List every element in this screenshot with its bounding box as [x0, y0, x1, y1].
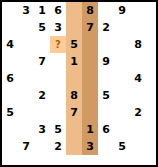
cell-r8c9[interactable]: [130, 121, 146, 139]
cell-r2c7: 2: [98, 19, 115, 37]
cell-r9c4: 2: [50, 138, 67, 155]
cell-r9c9[interactable]: [130, 138, 146, 155]
cell-r7c2[interactable]: [18, 104, 35, 122]
cell-r1c2: 3: [18, 2, 35, 20]
cell-r4c7: 9: [98, 53, 115, 71]
cell-r5c7[interactable]: [98, 70, 115, 88]
cell-r5c1: 6: [2, 70, 19, 88]
cell-r7c1: 5: [2, 104, 19, 122]
cell-r4c5: 1: [66, 53, 83, 71]
cell-r2c5[interactable]: [66, 19, 83, 37]
cell-r5c2[interactable]: [18, 70, 35, 88]
cell-r7c5: 7: [66, 104, 83, 122]
cell-r4c2[interactable]: [18, 53, 35, 71]
cell-r8c5[interactable]: [66, 121, 83, 139]
cell-r2c8[interactable]: [114, 19, 131, 37]
cell-r4c8[interactable]: [114, 53, 131, 71]
cell-r2c1[interactable]: [2, 19, 19, 37]
cell-r7c7[interactable]: [98, 104, 115, 122]
cell-r2c9[interactable]: [130, 19, 146, 37]
cell-r8c7: 6: [98, 121, 115, 139]
cell-r1c8: 9: [114, 2, 131, 20]
cell-r9c1[interactable]: [2, 138, 19, 155]
cell-r4c4[interactable]: [50, 53, 67, 71]
cell-r1c4: 6: [50, 2, 67, 20]
cell-r5c4[interactable]: [50, 70, 67, 88]
cell-r8c8[interactable]: [114, 121, 131, 139]
sudoku-board: 3168953724?587196428557235167235: [0, 0, 158, 167]
cell-r5c5[interactable]: [66, 70, 83, 88]
cell-r9c2: 7: [18, 138, 35, 155]
cell-r4c1[interactable]: [2, 53, 19, 71]
cell-r5c9: 4: [130, 70, 146, 88]
cell-r4c9[interactable]: [130, 53, 146, 71]
cell-r5c8[interactable]: [114, 70, 131, 88]
cell-r1c7[interactable]: [98, 2, 115, 20]
cell-r2c4: 3: [50, 19, 67, 37]
cell-r1c9[interactable]: [130, 2, 146, 20]
cell-r8c2[interactable]: [18, 121, 35, 139]
cell-r8c4: 5: [50, 121, 67, 139]
cell-r9c5[interactable]: [66, 138, 83, 155]
cell-r9c7[interactable]: [98, 138, 115, 155]
cell-r9c8: 5: [114, 138, 131, 155]
cell-r1c1[interactable]: [2, 2, 19, 20]
cell-r1c5[interactable]: [66, 2, 83, 20]
cell-r8c1[interactable]: [2, 121, 19, 139]
cell-r2c2[interactable]: [18, 19, 35, 37]
cell-r7c4[interactable]: [50, 104, 67, 122]
cell-r7c8[interactable]: [114, 104, 131, 122]
cell-r7c9: 2: [130, 104, 146, 122]
